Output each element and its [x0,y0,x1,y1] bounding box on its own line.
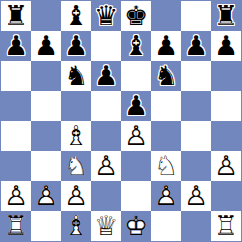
white-rook-piece: ♜♖ [214,211,238,241]
square-h7[interactable]: ♟ [211,31,241,61]
chess-board: ♜♝♛♚♜♟♟♟♝♟♟♟♞♟♞♟♝♗♟♙♞♘♟♙♞♘♟♙♟♙♟♙♟♙♟♙♟♙♜♖… [0,0,242,242]
square-f1[interactable] [151,211,181,241]
square-a2[interactable]: ♟♙ [1,181,31,211]
white-pawn-piece: ♟♙ [64,181,88,211]
white-piece-outline: ♙ [214,151,238,181]
square-h1[interactable]: ♜♖ [211,211,241,241]
white-piece-outline: ♙ [64,181,88,211]
black-pawn-piece: ♟ [4,31,28,61]
white-piece-outline: ♙ [94,151,118,181]
chess-diagram: ♜♝♛♚♜♟♟♟♝♟♟♟♞♟♞♟♝♗♟♙♞♘♟♙♞♘♟♙♟♙♟♙♟♙♟♙♟♙♜♖… [0,0,242,242]
square-c2[interactable]: ♟♙ [61,181,91,211]
square-c5[interactable] [61,91,91,121]
white-piece-outline: ♙ [34,181,58,211]
square-f3[interactable]: ♞♘ [151,151,181,181]
black-knight-piece: ♞ [154,61,178,91]
white-piece-outline: ♖ [214,211,238,241]
black-knight-piece: ♞ [64,61,88,91]
square-f8[interactable] [151,1,181,31]
white-pawn-piece: ♟♙ [4,181,28,211]
white-queen-piece: ♛♕ [94,211,118,241]
white-pawn-piece: ♟♙ [214,151,238,181]
white-king-piece: ♚♔ [124,211,148,241]
square-f2[interactable]: ♟♙ [151,181,181,211]
square-h4[interactable] [211,121,241,151]
white-knight-piece: ♞♘ [64,151,88,181]
white-piece-outline: ♗ [64,211,88,241]
square-c4[interactable]: ♝♗ [61,121,91,151]
white-bishop-piece: ♝♗ [64,211,88,241]
square-e1[interactable]: ♚♔ [121,211,151,241]
square-b4[interactable] [31,121,61,151]
square-g8[interactable] [181,1,211,31]
square-b7[interactable]: ♟ [31,31,61,61]
square-g5[interactable] [181,91,211,121]
square-b3[interactable] [31,151,61,181]
white-piece-outline: ♙ [4,181,28,211]
square-g2[interactable]: ♟♙ [181,181,211,211]
square-c6[interactable]: ♞ [61,61,91,91]
square-e8[interactable]: ♚ [121,1,151,31]
white-knight-piece: ♞♘ [154,151,178,181]
black-pawn-piece: ♟ [154,31,178,61]
square-e6[interactable] [121,61,151,91]
square-b8[interactable] [31,1,61,31]
white-piece-outline: ♗ [64,121,88,151]
square-d8[interactable]: ♛ [91,1,121,31]
black-rook-piece: ♜ [4,1,28,31]
square-g3[interactable] [181,151,211,181]
square-e2[interactable] [121,181,151,211]
square-h8[interactable]: ♜ [211,1,241,31]
square-g7[interactable]: ♟ [181,31,211,61]
square-b2[interactable]: ♟♙ [31,181,61,211]
white-pawn-piece: ♟♙ [94,151,118,181]
square-b5[interactable] [31,91,61,121]
white-piece-outline: ♙ [184,181,208,211]
square-d7[interactable] [91,31,121,61]
square-a7[interactable]: ♟ [1,31,31,61]
square-f6[interactable]: ♞ [151,61,181,91]
white-pawn-piece: ♟♙ [34,181,58,211]
square-h6[interactable] [211,61,241,91]
square-c1[interactable]: ♝♗ [61,211,91,241]
square-f4[interactable] [151,121,181,151]
black-king-piece: ♚ [124,1,148,31]
white-pawn-piece: ♟♙ [124,121,148,151]
black-pawn-piece: ♟ [94,61,118,91]
square-b1[interactable] [31,211,61,241]
square-a6[interactable] [1,61,31,91]
square-a4[interactable] [1,121,31,151]
square-d2[interactable] [91,181,121,211]
square-g4[interactable] [181,121,211,151]
square-h3[interactable]: ♟♙ [211,151,241,181]
square-f5[interactable] [151,91,181,121]
square-g1[interactable] [181,211,211,241]
square-g6[interactable] [181,61,211,91]
black-bishop-piece: ♝ [124,31,148,61]
square-a8[interactable]: ♜ [1,1,31,31]
white-pawn-piece: ♟♙ [154,181,178,211]
square-a1[interactable]: ♜♖ [1,211,31,241]
square-e5[interactable]: ♟ [121,91,151,121]
white-piece-outline: ♕ [94,211,118,241]
black-pawn-piece: ♟ [214,31,238,61]
white-piece-outline: ♙ [154,181,178,211]
square-c8[interactable]: ♝ [61,1,91,31]
square-e4[interactable]: ♟♙ [121,121,151,151]
black-pawn-piece: ♟ [184,31,208,61]
square-a3[interactable] [1,151,31,181]
square-e7[interactable]: ♝ [121,31,151,61]
black-pawn-piece: ♟ [124,91,148,121]
square-d4[interactable] [91,121,121,151]
square-c3[interactable]: ♞♘ [61,151,91,181]
square-d5[interactable] [91,91,121,121]
square-c7[interactable]: ♟ [61,31,91,61]
square-d6[interactable]: ♟ [91,61,121,91]
square-b6[interactable] [31,61,61,91]
square-a5[interactable] [1,91,31,121]
white-piece-outline: ♘ [64,151,88,181]
black-bishop-piece: ♝ [64,1,88,31]
square-h5[interactable] [211,91,241,121]
white-pawn-piece: ♟♙ [184,181,208,211]
black-rook-piece: ♜ [214,1,238,31]
square-f7[interactable]: ♟ [151,31,181,61]
square-d1[interactable]: ♛♕ [91,211,121,241]
white-bishop-piece: ♝♗ [64,121,88,151]
black-queen-piece: ♛ [94,1,118,31]
black-pawn-piece: ♟ [34,31,58,61]
black-pawn-piece: ♟ [64,31,88,61]
square-e3[interactable] [121,151,151,181]
square-h2[interactable] [211,181,241,211]
white-piece-outline: ♖ [4,211,28,241]
square-d3[interactable]: ♟♙ [91,151,121,181]
white-piece-outline: ♔ [124,211,148,241]
white-rook-piece: ♜♖ [4,211,28,241]
white-piece-outline: ♙ [124,121,148,151]
white-piece-outline: ♘ [154,151,178,181]
